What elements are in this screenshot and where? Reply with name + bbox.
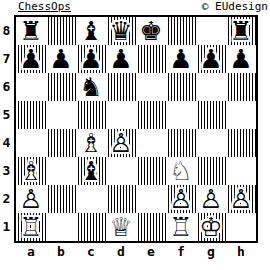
black-pawn: ♟ [199,45,222,73]
square-e7 [136,45,166,73]
black-bishop: ♝ [79,157,102,185]
square-b5 [46,101,76,129]
chess-board: ♜♝♛♚♜♟♟♟♟♟♟♟♞♗♙♗♝♘♙♙♙♙♖♕♖♔ [14,15,258,243]
white-king: ♔ [199,213,222,241]
square-c1 [76,213,106,241]
black-queen: ♛ [109,17,132,45]
rank-label-8: 8 [0,17,13,45]
square-f7: ♟ [166,45,196,73]
square-c8: ♝ [76,17,106,45]
square-b1 [46,213,76,241]
white-knight: ♘ [169,157,192,185]
square-e3 [136,157,166,185]
credit-text: © EUdesign [202,0,268,14]
black-pawn: ♟ [229,45,252,73]
square-e6 [136,73,166,101]
rank-label-4: 4 [0,129,13,157]
square-g7: ♟ [196,45,226,73]
white-queen: ♕ [109,213,132,241]
square-a1: ♖ [16,213,46,241]
square-h7: ♟ [226,45,256,73]
white-pawn: ♙ [229,185,252,213]
square-e8: ♚ [136,17,166,45]
square-b6 [46,73,76,101]
square-d7: ♟ [106,45,136,73]
black-pawn: ♟ [19,45,42,73]
square-e4 [136,129,166,157]
square-h3 [226,157,256,185]
rank-label-3: 3 [0,157,13,185]
square-c2 [76,185,106,213]
square-b2 [46,185,76,213]
black-pawn: ♟ [169,45,192,73]
rank-label-6: 6 [0,73,13,101]
white-rook: ♖ [169,213,192,241]
square-c7: ♟ [76,45,106,73]
square-g1: ♔ [196,213,226,241]
square-a8: ♜ [16,17,46,45]
square-g4 [196,129,226,157]
square-f1: ♖ [166,213,196,241]
square-d6 [106,73,136,101]
file-label-e: e [136,244,166,259]
black-bishop: ♝ [79,17,102,45]
square-d1: ♕ [106,213,136,241]
white-bishop: ♗ [79,129,102,157]
square-a2: ♙ [16,185,46,213]
file-labels: abcdefgh [16,244,256,259]
square-g8 [196,17,226,45]
square-f4 [166,129,196,157]
square-h4 [226,129,256,157]
rank-label-5: 5 [0,101,13,129]
square-g5 [196,101,226,129]
square-d2 [106,185,136,213]
square-h2: ♙ [226,185,256,213]
square-f6 [166,73,196,101]
white-pawn: ♙ [169,185,192,213]
square-h5 [226,101,256,129]
square-d3 [106,157,136,185]
black-pawn: ♟ [49,45,72,73]
square-c6: ♞ [76,73,106,101]
square-d8: ♛ [106,17,136,45]
square-f2: ♙ [166,185,196,213]
black-knight: ♞ [79,73,102,101]
square-h8: ♜ [226,17,256,45]
square-g3 [196,157,226,185]
rank-label-2: 2 [0,185,13,213]
white-rook: ♖ [19,213,42,241]
black-rook: ♜ [19,17,42,45]
square-c4: ♗ [76,129,106,157]
rank-label-7: 7 [0,45,13,73]
rank-labels: 87654321 [0,17,13,241]
file-label-g: g [196,244,226,259]
square-a7: ♟ [16,45,46,73]
white-bishop: ♗ [19,157,42,185]
square-d5 [106,101,136,129]
square-f8 [166,17,196,45]
file-label-b: b [46,244,76,259]
white-pawn: ♙ [199,185,222,213]
square-b3 [46,157,76,185]
white-pawn: ♙ [109,129,132,157]
black-king: ♚ [139,17,162,45]
square-g2: ♙ [196,185,226,213]
square-h1 [226,213,256,241]
square-a3: ♗ [16,157,46,185]
square-b7: ♟ [46,45,76,73]
rank-label-1: 1 [0,213,13,241]
black-pawn: ♟ [109,45,132,73]
square-b8 [46,17,76,45]
square-d4: ♙ [106,129,136,157]
square-e2 [136,185,166,213]
square-c5 [76,101,106,129]
square-h6 [226,73,256,101]
black-pawn: ♟ [79,45,102,73]
square-e5 [136,101,166,129]
square-g6 [196,73,226,101]
square-b4 [46,129,76,157]
file-label-d: d [106,244,136,259]
square-c3: ♝ [76,157,106,185]
white-pawn: ♙ [19,185,42,213]
black-rook: ♜ [229,17,252,45]
square-e1 [136,213,166,241]
file-label-f: f [166,244,196,259]
file-label-a: a [16,244,46,259]
file-label-c: c [76,244,106,259]
square-a4 [16,129,46,157]
square-a5 [16,101,46,129]
square-f5 [166,101,196,129]
file-label-h: h [226,244,256,259]
chessops-link[interactable]: ChessOps [18,0,71,14]
square-a6 [16,73,46,101]
square-f3: ♘ [166,157,196,185]
